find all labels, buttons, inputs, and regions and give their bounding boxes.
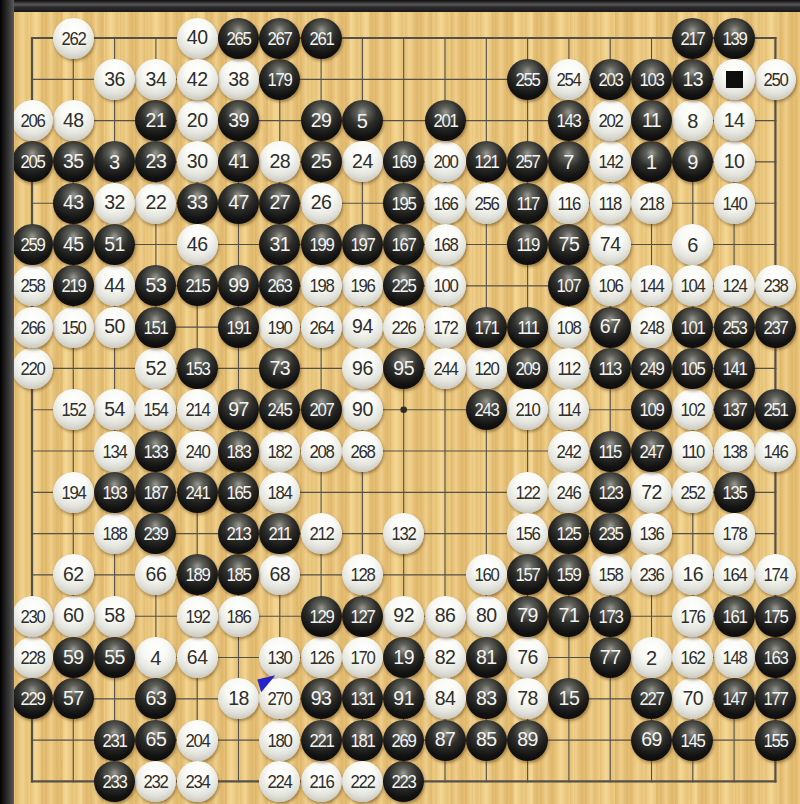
stone-199: 199 [301,224,342,265]
move-number: 172 [433,318,457,337]
move-number: 264 [309,318,333,337]
stone-269: 269 [383,720,424,761]
stone-158: 158 [590,554,631,595]
stone-164: 164 [714,554,755,595]
move-number: 117 [516,194,538,213]
stone-69: 69 [631,720,672,761]
move-number: 236 [640,565,664,584]
stone-186: 186 [218,596,259,637]
move-number: 34 [146,70,167,90]
move-number: 71 [559,606,580,626]
move-number: 82 [435,648,456,668]
stone-103: 103 [631,59,672,100]
move-number: 191 [227,318,251,337]
move-number: 255 [516,70,540,89]
stone-10: 10 [714,141,755,182]
move-number: 6 [687,235,698,255]
move-number: 136 [640,524,664,543]
stone-178: 178 [714,513,755,554]
move-number: 152 [61,400,85,419]
move-number: 195 [392,194,416,213]
move-number: 70 [682,689,703,709]
stone-130: 130 [259,637,300,678]
stone-235: 235 [590,513,631,554]
stone-90: 90 [342,389,383,430]
move-number: 57 [63,689,84,709]
move-number: 40 [187,28,208,48]
stone-200: 200 [425,141,466,182]
move-number: 16 [682,565,703,585]
move-number: 54 [104,400,125,420]
stone-197: 197 [342,224,383,265]
move-number: 33 [187,193,208,213]
stone-234: 234 [177,761,218,802]
move-number: 111 [517,318,538,337]
move-number: 26 [311,193,332,213]
move-number: 50 [104,317,125,337]
move-number: 128 [351,565,375,584]
stone-201: 201 [425,100,466,141]
stone-79: 79 [507,596,548,637]
stone-228: 228 [12,637,53,678]
move-number: 46 [187,235,208,255]
move-number: 9 [687,152,698,172]
move-number: 160 [474,565,498,584]
move-number: 267 [268,29,292,48]
move-number: 20 [187,111,208,131]
move-number: 268 [351,442,375,461]
move-number: 48 [63,111,84,131]
stone-43: 43 [53,183,94,224]
move-number: 205 [20,152,44,171]
move-number: 97 [228,400,249,420]
stone-171: 171 [466,307,507,348]
stone-46: 46 [177,224,218,265]
move-number: 263 [268,276,292,295]
move-number: 155 [764,731,788,750]
stone-139: 139 [714,18,755,59]
stone-65: 65 [135,720,176,761]
move-number: 180 [268,731,292,750]
move-number: 142 [598,152,622,171]
move-number: 179 [268,70,292,89]
move-number: 103 [640,70,664,89]
move-number: 31 [269,235,290,255]
stone-251: 251 [755,389,796,430]
stone-223: 223 [383,761,424,802]
stone-36: 36 [94,59,135,100]
move-number: 45 [63,235,84,255]
stone-39: 39 [218,100,259,141]
stone-213: 213 [218,513,259,554]
marked-stone-square [714,59,755,100]
move-number: 220 [20,359,44,378]
stone-231: 231 [94,720,135,761]
move-number: 167 [392,235,416,254]
stone-40: 40 [177,18,218,59]
move-number: 108 [557,318,581,337]
move-number: 233 [103,772,127,791]
stone-232: 232 [135,761,176,802]
stone-216: 216 [301,761,342,802]
stone-258: 258 [12,265,53,306]
stone-165: 165 [218,472,259,513]
stone-11: 11 [631,100,672,141]
move-number: 13 [682,70,703,90]
move-number: 144 [640,276,664,295]
stone-220: 220 [12,348,53,389]
stone-229: 229 [12,678,53,719]
move-number: 237 [764,318,788,337]
move-number: 59 [63,648,84,668]
move-number: 266 [20,318,44,337]
stone-267: 267 [259,18,300,59]
stone-261: 261 [301,18,342,59]
move-number: 248 [640,318,664,337]
stone-259: 259 [12,224,53,265]
move-number: 8 [687,111,698,131]
stone-181: 181 [342,720,383,761]
move-number: 229 [20,689,44,708]
move-number: 153 [185,359,209,378]
stone-191: 191 [218,307,259,348]
stone-48: 48 [53,100,94,141]
stone-196: 196 [342,265,383,306]
stone-85: 85 [466,720,507,761]
stone-254: 254 [548,59,589,100]
stone-253: 253 [714,307,755,348]
move-number: 38 [228,70,249,90]
move-number: 28 [269,152,290,172]
stone-255: 255 [507,59,548,100]
stone-233: 233 [94,761,135,802]
move-number: 219 [61,276,85,295]
move-number: 199 [309,235,333,254]
move-number: 221 [309,731,333,750]
stone-242: 242 [548,431,589,472]
move-number: 63 [146,689,167,709]
move-number: 177 [764,689,788,708]
move-number: 118 [599,194,621,213]
stone-183: 183 [218,431,259,472]
move-number: 112 [558,359,580,378]
move-number: 168 [433,235,457,254]
stone-151: 151 [135,307,176,348]
move-number: 217 [681,29,705,48]
move-number: 262 [61,29,85,48]
stone-112: 112 [548,348,589,389]
stone-167: 167 [383,224,424,265]
stone-179: 179 [259,59,300,100]
move-number: 66 [146,565,167,585]
move-number: 193 [103,483,127,502]
move-number: 156 [516,524,540,543]
move-number: 52 [146,359,167,379]
move-number: 183 [227,442,251,461]
stone-45: 45 [53,224,94,265]
move-number: 120 [474,359,498,378]
stone-188: 188 [94,513,135,554]
move-number: 47 [228,193,249,213]
stone-58: 58 [94,596,135,637]
move-number: 270 [268,689,292,708]
move-number: 212 [309,524,333,543]
move-number: 145 [681,731,705,750]
black-square-marker-icon [726,71,743,88]
move-number: 95 [393,359,414,379]
move-number: 250 [764,70,788,89]
move-number: 14 [724,111,745,131]
stone-244: 244 [425,348,466,389]
move-number: 42 [187,70,208,90]
stone-155: 155 [755,720,796,761]
move-number: 185 [227,565,251,584]
move-number: 174 [764,565,788,584]
move-number: 141 [722,359,746,378]
move-number: 216 [309,772,333,791]
stone-262: 262 [53,18,94,59]
move-number: 169 [392,152,416,171]
move-number: 78 [517,689,538,709]
stone-99: 99 [218,265,259,306]
move-number: 254 [557,70,581,89]
move-number: 102 [681,400,705,419]
move-number: 76 [517,648,538,668]
move-number: 58 [104,606,125,626]
stone-137: 137 [714,389,755,430]
move-number: 157 [516,565,540,584]
move-number: 187 [144,483,168,502]
stone-84: 84 [425,678,466,719]
move-number: 67 [600,317,621,337]
stone-227: 227 [631,678,672,719]
move-number: 197 [351,235,375,254]
move-number: 60 [63,606,84,626]
stone-31: 31 [259,224,300,265]
stone-217: 217 [672,18,713,59]
move-number: 256 [474,194,498,213]
move-number: 77 [600,648,621,668]
stone-57: 57 [53,678,94,719]
stone-119: 119 [507,224,548,265]
move-number: 24 [352,152,373,172]
stone-97: 97 [218,389,259,430]
move-number: 113 [599,359,621,378]
move-number: 18 [228,689,249,709]
move-number: 209 [516,359,540,378]
stone-172: 172 [425,307,466,348]
stone-173: 173 [590,596,631,637]
stone-94: 94 [342,307,383,348]
stone-89: 89 [507,720,548,761]
move-number: 115 [599,442,621,461]
stone-80: 80 [466,596,507,637]
stone-266: 266 [12,307,53,348]
move-number: 234 [185,772,209,791]
stone-170: 170 [342,637,383,678]
stone-148: 148 [714,637,755,678]
move-number: 243 [474,400,498,419]
move-number: 25 [311,152,332,172]
stone-18: 18 [218,678,259,719]
move-number: 223 [392,772,416,791]
stone-218: 218 [631,183,672,224]
stone-105: 105 [672,348,713,389]
move-number: 238 [764,276,788,295]
stone-129: 129 [301,596,342,637]
stone-19: 19 [383,637,424,678]
stone-71: 71 [548,596,589,637]
stone-140: 140 [714,183,755,224]
stone-14: 14 [714,100,755,141]
move-number: 249 [640,359,664,378]
stone-76: 76 [507,637,548,678]
move-number: 225 [392,276,416,295]
stone-161: 161 [714,596,755,637]
stone-198: 198 [301,265,342,306]
move-number: 200 [433,152,457,171]
stone-214: 214 [177,389,218,430]
move-number: 213 [227,524,251,543]
move-number: 126 [309,648,333,667]
move-number: 72 [641,483,662,503]
move-number: 159 [557,565,581,584]
move-number: 231 [103,731,127,750]
move-number: 22 [146,193,167,213]
stone-117: 117 [507,183,548,224]
move-number: 15 [559,689,580,709]
move-number: 150 [61,318,85,337]
stone-123: 123 [590,472,631,513]
stone-147: 147 [714,678,755,719]
move-number: 215 [185,276,209,295]
stone-50: 50 [94,307,135,348]
move-number: 235 [598,524,622,543]
move-number: 203 [598,70,622,89]
move-number: 96 [352,359,373,379]
stone-62: 62 [53,554,94,595]
move-number: 32 [104,193,125,213]
stone-264: 264 [301,307,342,348]
stone-110: 110 [672,431,713,472]
stone-224: 224 [259,761,300,802]
move-number: 21 [146,111,167,131]
stone-101: 101 [672,307,713,348]
move-number: 201 [433,111,457,130]
move-number: 244 [433,359,457,378]
stone-100: 100 [425,265,466,306]
move-number: 30 [187,152,208,172]
move-number: 121 [474,152,498,171]
move-number: 73 [269,359,290,379]
stone-67: 67 [590,307,631,348]
move-number: 75 [559,235,580,255]
stone-252: 252 [672,472,713,513]
move-number: 93 [311,689,332,709]
move-number: 139 [722,29,746,48]
stone-47: 47 [218,183,259,224]
move-number: 68 [269,565,290,585]
stone-126: 126 [301,637,342,678]
move-number: 170 [351,648,375,667]
move-number: 226 [392,318,416,337]
stone-180: 180 [259,720,300,761]
stone-221: 221 [301,720,342,761]
stone-95: 95 [383,348,424,389]
move-number: 257 [516,152,540,171]
move-number: 10 [724,152,745,172]
move-number: 146 [764,442,788,461]
move-number: 43 [63,193,84,213]
move-number: 7 [563,152,574,172]
stone-13: 13 [672,59,713,100]
move-number: 163 [764,648,788,667]
stone-182: 182 [259,431,300,472]
move-number: 227 [640,689,664,708]
window-frame-left [0,0,14,804]
move-number: 39 [228,111,249,131]
stone-176: 176 [672,596,713,637]
move-number: 246 [557,483,581,502]
move-number: 85 [476,730,497,750]
stone-77: 77 [590,637,631,678]
stone-6: 6 [672,224,713,265]
move-number: 107 [557,276,581,295]
stone-124: 124 [714,265,755,306]
move-number: 228 [20,648,44,667]
stone-240: 240 [177,431,218,472]
stone-215: 215 [177,265,218,306]
move-number: 104 [681,276,705,295]
move-number: 251 [764,400,788,419]
stone-135: 135 [714,472,755,513]
move-number: 29 [311,111,332,131]
move-number: 87 [435,730,456,750]
move-number: 64 [187,648,208,668]
move-number: 83 [476,689,497,709]
move-number: 84 [435,689,456,709]
stone-238: 238 [755,265,796,306]
move-number: 110 [682,442,704,461]
move-number: 91 [393,689,414,709]
move-number: 51 [104,235,125,255]
stone-5: 5 [342,100,383,141]
move-number: 114 [558,400,580,419]
stone-113: 113 [590,348,631,389]
stone-138: 138 [714,431,755,472]
move-number: 105 [681,359,705,378]
stone-190: 190 [259,307,300,348]
stone-128: 128 [342,554,383,595]
move-number: 154 [144,400,168,419]
stone-121: 121 [466,141,507,182]
move-number: 189 [185,565,209,584]
move-number: 11 [642,111,661,131]
move-number: 27 [269,193,290,213]
stone-64: 64 [177,637,218,678]
move-number: 214 [185,400,209,419]
move-number: 86 [435,606,456,626]
stone-122: 122 [507,472,548,513]
move-number: 99 [228,276,249,296]
move-number: 137 [722,400,746,419]
stone-247: 247 [631,431,672,472]
move-number: 65 [146,730,167,750]
stone-209: 209 [507,348,548,389]
stone-195: 195 [383,183,424,224]
stone-38: 38 [218,59,259,100]
move-number: 106 [598,276,622,295]
